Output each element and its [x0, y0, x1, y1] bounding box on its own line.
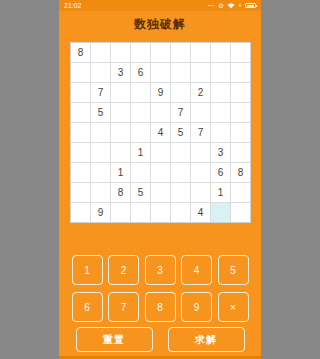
sudoku-cell-r3c8[interactable]	[211, 83, 230, 102]
keypad-button-3[interactable]: 3	[145, 255, 176, 285]
sudoku-cell-r2c8[interactable]	[211, 63, 230, 82]
sudoku-cell-r4c6[interactable]: 7	[171, 103, 190, 122]
sudoku-cell-r3c2[interactable]: 7	[91, 83, 110, 102]
sudoku-cell-r4c5[interactable]	[151, 103, 170, 122]
sudoku-cell-r1c9[interactable]	[231, 43, 250, 62]
sudoku-cell-r5c9[interactable]	[231, 123, 250, 142]
sudoku-cell-r2c6[interactable]	[171, 63, 190, 82]
sudoku-cell-r9c8[interactable]	[211, 203, 230, 222]
keypad-button-9[interactable]: 9	[181, 292, 212, 322]
sudoku-cell-r3c3[interactable]	[111, 83, 130, 102]
sudoku-cell-r5c7[interactable]: 7	[191, 123, 210, 142]
keypad-row-2: 6789×	[72, 292, 249, 322]
sudoku-cell-r4c1[interactable]	[71, 103, 90, 122]
reset-button[interactable]: 重置	[76, 327, 153, 352]
sudoku-cell-r1c6[interactable]	[171, 43, 190, 62]
sudoku-cell-r1c3[interactable]	[111, 43, 130, 62]
sudoku-cell-r1c8[interactable]	[211, 43, 230, 62]
sudoku-cell-r2c3[interactable]: 3	[111, 63, 130, 82]
sudoku-cell-r9c5[interactable]	[151, 203, 170, 222]
wifi-icon	[227, 2, 235, 10]
sudoku-cell-r4c7[interactable]	[191, 103, 210, 122]
battery-icon	[245, 3, 256, 8]
sudoku-cell-r7c9[interactable]: 8	[231, 163, 250, 182]
sudoku-cell-r4c4[interactable]	[131, 103, 150, 122]
sudoku-cell-r2c4[interactable]: 6	[131, 63, 150, 82]
sudoku-cell-r1c5[interactable]	[151, 43, 170, 62]
keypad-button-4[interactable]: 4	[181, 255, 212, 285]
sudoku-cell-r1c2[interactable]	[91, 43, 110, 62]
sudoku-cell-r6c5[interactable]	[151, 143, 170, 162]
sudoku-cell-r2c5[interactable]	[151, 63, 170, 82]
sudoku-cell-r6c4[interactable]: 1	[131, 143, 150, 162]
sudoku-cell-r5c3[interactable]	[111, 123, 130, 142]
keypad-button-clear[interactable]: ×	[218, 292, 249, 322]
sudoku-board: 836792574571316885194	[70, 42, 251, 223]
sudoku-cell-r6c3[interactable]	[111, 143, 130, 162]
sudoku-cell-r9c2[interactable]: 9	[91, 203, 110, 222]
sudoku-cell-r9c6[interactable]	[171, 203, 190, 222]
clock: 21:02	[64, 0, 82, 11]
sudoku-cell-r7c8[interactable]: 6	[211, 163, 230, 182]
page-title: 数独破解	[134, 16, 186, 33]
sudoku-cell-r7c1[interactable]	[71, 163, 90, 182]
more-dots-icon: ···	[208, 2, 215, 9]
status-bar: 21:02 ··· ⊘ +	[59, 0, 261, 11]
sudoku-cell-r2c9[interactable]	[231, 63, 250, 82]
keypad-row-1: 12345	[72, 255, 249, 285]
sudoku-cell-r3c6[interactable]	[171, 83, 190, 102]
sudoku-cell-r7c5[interactable]	[151, 163, 170, 182]
sudoku-cell-r3c7[interactable]: 2	[191, 83, 210, 102]
sudoku-cell-r7c4[interactable]	[131, 163, 150, 182]
sudoku-cell-r8c7[interactable]	[191, 183, 210, 202]
sudoku-cell-r3c4[interactable]	[131, 83, 150, 102]
plus-icon: +	[238, 2, 242, 9]
sudoku-cell-r6c7[interactable]	[191, 143, 210, 162]
sudoku-cell-r8c3[interactable]: 8	[111, 183, 130, 202]
sudoku-cell-r5c2[interactable]	[91, 123, 110, 142]
sudoku-cell-r1c7[interactable]	[191, 43, 210, 62]
sudoku-cell-r9c1[interactable]	[71, 203, 90, 222]
sudoku-cell-r6c2[interactable]	[91, 143, 110, 162]
sudoku-cell-r7c6[interactable]	[171, 163, 190, 182]
sudoku-cell-r5c5[interactable]: 4	[151, 123, 170, 142]
keypad-button-1[interactable]: 1	[72, 255, 103, 285]
sudoku-cell-r4c9[interactable]	[231, 103, 250, 122]
sudoku-cell-r7c2[interactable]	[91, 163, 110, 182]
mute-icon: ⊘	[218, 2, 224, 9]
sudoku-cell-r7c7[interactable]	[191, 163, 210, 182]
keypad-button-7[interactable]: 7	[108, 292, 139, 322]
sudoku-cell-r8c1[interactable]	[71, 183, 90, 202]
keypad-button-2[interactable]: 2	[108, 255, 139, 285]
sudoku-cell-r8c4[interactable]: 5	[131, 183, 150, 202]
sudoku-cell-r3c9[interactable]	[231, 83, 250, 102]
sudoku-cell-r5c8[interactable]	[211, 123, 230, 142]
sudoku-cell-r2c7[interactable]	[191, 63, 210, 82]
sudoku-cell-r6c1[interactable]	[71, 143, 90, 162]
sudoku-cell-r6c6[interactable]	[171, 143, 190, 162]
keypad-button-8[interactable]: 8	[145, 292, 176, 322]
sudoku-cell-r8c8[interactable]: 1	[211, 183, 230, 202]
sudoku-cell-r1c1[interactable]: 8	[71, 43, 90, 62]
sudoku-cell-r9c7[interactable]: 4	[191, 203, 210, 222]
title-bar: 数独破解	[59, 11, 261, 37]
sudoku-cell-r6c8[interactable]: 3	[211, 143, 230, 162]
sudoku-cell-r6c9[interactable]	[231, 143, 250, 162]
sudoku-cell-r4c8[interactable]	[211, 103, 230, 122]
sudoku-cell-r8c2[interactable]	[91, 183, 110, 202]
sudoku-cell-r9c3[interactable]	[111, 203, 130, 222]
sudoku-cell-r7c3[interactable]: 1	[111, 163, 130, 182]
sudoku-cell-r8c6[interactable]	[171, 183, 190, 202]
sudoku-cell-r5c6[interactable]: 5	[171, 123, 190, 142]
solve-button[interactable]: 求解	[168, 327, 245, 352]
app-screen: 21:02 ··· ⊘ + 数独破解 836792574571316885194…	[59, 0, 261, 359]
sudoku-cell-r8c5[interactable]	[151, 183, 170, 202]
number-keypad: 12345 6789×	[72, 255, 249, 322]
sudoku-cell-r2c1[interactable]	[71, 63, 90, 82]
sudoku-cell-r9c4[interactable]	[131, 203, 150, 222]
keypad-button-5[interactable]: 5	[218, 255, 249, 285]
sudoku-cell-r2c2[interactable]	[91, 63, 110, 82]
sudoku-cell-r8c9[interactable]	[231, 183, 250, 202]
sudoku-cell-r4c3[interactable]	[111, 103, 130, 122]
sudoku-cell-r9c9[interactable]	[231, 203, 250, 222]
sudoku-cell-r5c1[interactable]	[71, 123, 90, 142]
action-bar: 重置 求解	[76, 327, 245, 352]
sudoku-cell-r3c5[interactable]: 9	[151, 83, 170, 102]
sudoku-cell-r3c1[interactable]	[71, 83, 90, 102]
sudoku-cell-r5c4[interactable]	[131, 123, 150, 142]
sudoku-cell-r1c4[interactable]	[131, 43, 150, 62]
status-icons: ··· ⊘ +	[208, 2, 256, 10]
sudoku-cell-r4c2[interactable]: 5	[91, 103, 110, 122]
keypad-button-6[interactable]: 6	[72, 292, 103, 322]
